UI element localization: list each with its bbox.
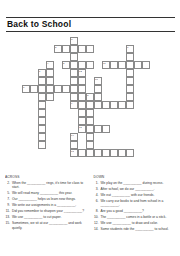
crossword-cell[interactable] (110, 61, 118, 69)
clue-number: 7. (5, 197, 10, 202)
clue-text: We use __________ to draw and color. (101, 221, 176, 226)
crossword-cell[interactable] (126, 149, 134, 157)
down-clue: 10.The __________ comes in a bottle or a… (94, 215, 176, 220)
crossword-cell[interactable] (62, 85, 70, 93)
crossword-cell[interactable] (30, 85, 38, 93)
down-clue: 12.We use __________ to draw and color. (94, 221, 176, 226)
crossword-cell[interactable] (70, 45, 78, 53)
crossword-cell[interactable]: 14 (70, 133, 78, 141)
crossword-cell[interactable] (110, 149, 118, 157)
crossword-cell[interactable] (86, 117, 94, 125)
clue-number: 6. (94, 198, 99, 208)
crossword-cell[interactable]: 10 (94, 77, 102, 85)
clue-text: The __________ comes in a bottle or a st… (101, 215, 176, 220)
clue-text: We carry our books to and from school in… (101, 198, 176, 208)
crossword-cell[interactable] (78, 45, 86, 53)
cell-number: 9 (71, 102, 72, 105)
across-clue: 9.We write our assignments in a ________… (5, 203, 87, 208)
crossword-cell[interactable] (126, 101, 134, 109)
crossword-cell[interactable] (110, 101, 118, 109)
crossword-cell[interactable] (118, 149, 126, 157)
crossword-cell[interactable] (142, 61, 150, 69)
crossword-cell[interactable] (38, 101, 46, 109)
clue-number: 3. (94, 186, 99, 191)
cell-number: 7 (23, 86, 24, 89)
crossword-cell[interactable] (94, 125, 102, 133)
cell-number: 15 (79, 126, 82, 129)
down-clue: 8.Are you a good __________? (94, 209, 176, 214)
crossword-cell[interactable] (78, 85, 86, 93)
crossword-cell[interactable] (78, 77, 86, 85)
crossword-cell[interactable] (78, 149, 86, 157)
crossword-cell[interactable] (70, 77, 78, 85)
crossword-cell[interactable] (94, 93, 102, 101)
crossword-cell[interactable] (70, 93, 78, 101)
title-rule-bottom (6, 31, 175, 32)
clue-text: We use __________ to cut paper. (12, 215, 87, 220)
crossword-cell[interactable] (118, 61, 126, 69)
down-clue: 4.We eat __________ with our friends. (94, 192, 176, 197)
clue-text: We eat __________ with our friends. (101, 192, 176, 197)
crossword-cell[interactable] (86, 141, 94, 149)
crossword-cell[interactable] (126, 61, 134, 69)
crossword-cell[interactable] (86, 133, 94, 141)
cell-number: 5 (55, 46, 56, 49)
cell-number: 11 (103, 62, 106, 65)
crossword-cell[interactable] (78, 109, 86, 117)
clue-number: 1. (94, 180, 99, 185)
clue-section: ACROSS 2.When the __________ rings, it's… (5, 174, 175, 252)
clue-number: 2. (5, 180, 10, 190)
down-clues-column: DOWN 1.We play on the __________ during … (94, 174, 176, 233)
crossword-cell[interactable] (86, 109, 94, 117)
cell-number: 4 (47, 62, 48, 65)
clue-number: 8. (94, 209, 99, 214)
clue-text: Are you a good __________? (101, 209, 176, 214)
crossword-cell[interactable] (38, 109, 46, 117)
crossword-cell[interactable] (86, 101, 94, 109)
crossword-cell[interactable] (54, 85, 62, 93)
crossword-cell[interactable] (38, 141, 46, 149)
crossword-cell[interactable] (94, 149, 102, 157)
across-clues-column: ACROSS 2.When the __________ rings, it's… (5, 174, 87, 233)
crossword-cell[interactable]: 1 (38, 69, 46, 77)
down-header: DOWN (94, 174, 176, 179)
cell-number: 14 (71, 134, 74, 137)
clue-number: 14. (94, 227, 99, 232)
down-clue: 6.We carry our books to and from school … (94, 198, 176, 208)
across-clue: 7.Our __________ helps us learn new thin… (5, 197, 87, 202)
clue-text: After school, we do our __________. (101, 186, 176, 191)
down-clue: 3.After school, we do our __________. (94, 186, 176, 191)
crossword-cell[interactable] (86, 45, 94, 53)
crossword-cell[interactable] (38, 125, 46, 133)
clue-number: 5. (5, 191, 10, 196)
crossword-cell[interactable]: 12 (78, 69, 86, 77)
clue-number: 12. (94, 221, 99, 226)
across-clue: 15.Sometimes, we sit at our __________ a… (5, 221, 87, 231)
crossword-cell[interactable]: 9 (70, 101, 78, 109)
across-clue: 11.Did you remember to sharpen your ____… (5, 209, 87, 214)
page-title: Back to School (7, 19, 71, 29)
crossword-cell[interactable] (86, 149, 94, 157)
crossword-cell[interactable] (118, 101, 126, 109)
cell-number: 13 (71, 150, 74, 153)
crossword-cell[interactable] (46, 69, 54, 77)
crossword-cell[interactable] (70, 61, 78, 69)
crossword-cell[interactable] (78, 101, 86, 109)
clue-text: Did you remember to sharpen your _______… (12, 209, 87, 214)
title-rule-top (6, 17, 175, 18)
crossword-cell[interactable] (78, 117, 86, 125)
cell-number: 8 (87, 94, 88, 97)
crossword-cell[interactable] (46, 85, 54, 93)
crossword-cell[interactable] (70, 141, 78, 149)
crossword-cell[interactable]: 6 (126, 45, 134, 53)
crossword-cell[interactable] (126, 53, 134, 61)
crossword-cell[interactable] (78, 93, 86, 101)
crossword-cell[interactable] (38, 117, 46, 125)
crossword-cell[interactable]: 5 (54, 45, 62, 53)
clue-text: We play on the __________ during recess. (101, 180, 176, 185)
crossword-cell[interactable] (38, 85, 46, 93)
crossword-cell[interactable] (94, 85, 102, 93)
cell-number: 10 (95, 78, 98, 81)
cell-number: 12 (79, 70, 82, 73)
clue-number: 10. (94, 215, 99, 220)
across-clue: 5.We will read many __________ this year… (5, 191, 87, 196)
crossword-cell[interactable] (46, 93, 54, 101)
cell-number: 1 (39, 70, 40, 73)
crossword-cell[interactable] (70, 53, 78, 61)
crossword-cell[interactable] (102, 101, 110, 109)
crossword-cell[interactable] (70, 85, 78, 93)
crossword-cell[interactable]: 8 (86, 93, 94, 101)
crossword-cell[interactable] (70, 69, 78, 77)
clue-number: 4. (94, 192, 99, 197)
crossword-cell[interactable] (126, 69, 134, 77)
crossword-cell[interactable] (134, 61, 142, 69)
clue-number: 15. (5, 221, 10, 231)
crossword-cell[interactable] (38, 93, 46, 101)
crossword-cell[interactable] (62, 45, 70, 53)
crossword-cell[interactable]: 11 (102, 61, 110, 69)
crossword-cell[interactable]: 2 (62, 61, 70, 69)
worksheet-page: Back to School 257911131513468101214 ACR… (0, 0, 180, 256)
clue-text: Our __________ helps us learn new things… (12, 197, 87, 202)
down-clue: 14.Some students ride the __________ to … (94, 227, 176, 232)
across-clue: 13.We use __________ to cut paper. (5, 215, 87, 220)
crossword-cell[interactable] (126, 85, 134, 93)
clue-number: 9. (5, 203, 10, 208)
across-header: ACROSS (5, 174, 87, 179)
crossword-cell[interactable] (86, 61, 94, 69)
cell-number: 2 (63, 62, 64, 65)
crossword-cell[interactable] (86, 125, 94, 133)
cell-number: 3 (71, 38, 72, 41)
crossword-cell[interactable]: 7 (22, 85, 30, 93)
crossword-cell[interactable] (102, 125, 110, 133)
clue-text: We will read many __________ this year. (12, 191, 87, 196)
crossword-cell[interactable] (94, 101, 102, 109)
crossword-cell[interactable] (46, 77, 54, 85)
crossword-cell[interactable] (78, 61, 86, 69)
clue-number: 11. (5, 209, 10, 214)
cell-number: 6 (127, 46, 128, 49)
crossword-cell[interactable] (126, 77, 134, 85)
clue-text: We write our assignments in a __________… (12, 203, 87, 208)
crossword-cell[interactable] (38, 133, 46, 141)
clue-number: 13. (5, 215, 10, 220)
crossword-cell[interactable] (126, 93, 134, 101)
across-clue: 2.When the __________ rings, it's time f… (5, 180, 87, 190)
down-clue: 1.We play on the __________ during reces… (94, 180, 176, 185)
clue-text: Sometimes, we sit at our __________ and … (12, 221, 87, 231)
clue-text: When the __________ rings, it's time for… (12, 180, 87, 190)
crossword-cell[interactable]: 3 (70, 37, 78, 45)
crossword-cell[interactable]: 15 (78, 125, 86, 133)
clue-text: Some students ride the __________ to sch… (101, 227, 176, 232)
crossword-cell[interactable] (38, 77, 46, 85)
crossword-cell[interactable]: 13 (70, 149, 78, 157)
crossword-cell[interactable]: 4 (46, 61, 54, 69)
crossword-cell[interactable] (102, 149, 110, 157)
